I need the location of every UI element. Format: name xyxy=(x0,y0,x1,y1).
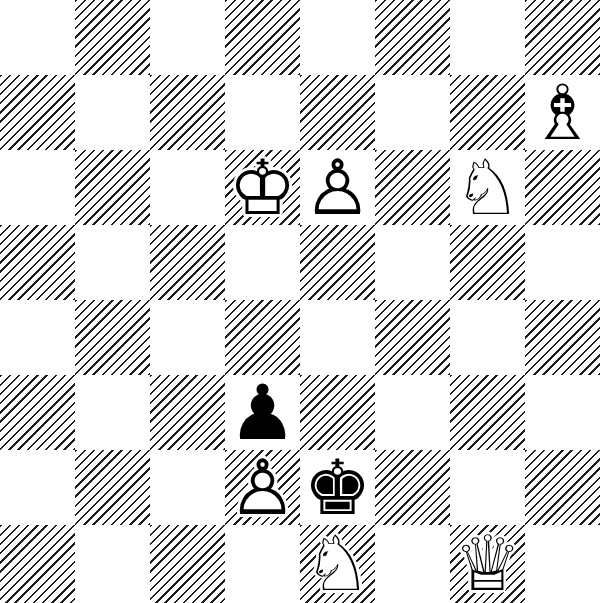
square-f4[interactable] xyxy=(375,300,450,375)
chess-diagram: ♝♗♚♔♟♙♞♘♟♟♟♙♚♚♞♘♛♕ xyxy=(0,0,600,603)
square-a1[interactable] xyxy=(0,525,75,603)
square-c1[interactable] xyxy=(150,525,225,603)
square-h4[interactable] xyxy=(525,300,600,375)
square-f1[interactable] xyxy=(375,525,450,603)
square-b6[interactable] xyxy=(75,150,150,225)
square-e6[interactable]: ♟♙ xyxy=(300,150,375,225)
square-h3[interactable] xyxy=(525,375,600,450)
black-pawn[interactable]: ♟ xyxy=(225,375,300,450)
square-b4[interactable] xyxy=(75,300,150,375)
square-f2[interactable] xyxy=(375,450,450,525)
square-c2[interactable] xyxy=(150,450,225,525)
square-h5[interactable] xyxy=(525,225,600,300)
square-g8[interactable] xyxy=(450,0,525,75)
square-h1[interactable] xyxy=(525,525,600,603)
square-d4[interactable] xyxy=(225,300,300,375)
square-d2[interactable]: ♟♙ xyxy=(225,450,300,525)
white-pawn[interactable]: ♙ xyxy=(300,150,375,225)
square-h2[interactable] xyxy=(525,450,600,525)
square-f8[interactable] xyxy=(375,0,450,75)
square-b1[interactable] xyxy=(75,525,150,603)
white-queen-halo: ♛ xyxy=(450,525,525,603)
white-knight-halo: ♞ xyxy=(300,525,375,603)
white-pawn-halo: ♟ xyxy=(225,450,300,525)
square-a3[interactable] xyxy=(0,375,75,450)
square-b3[interactable] xyxy=(75,375,150,450)
white-pawn-halo: ♟ xyxy=(300,150,375,225)
square-e8[interactable] xyxy=(300,0,375,75)
square-d5[interactable] xyxy=(225,225,300,300)
square-e4[interactable] xyxy=(300,300,375,375)
square-e1[interactable]: ♞♘ xyxy=(300,525,375,603)
chess-board: ♝♗♚♔♟♙♞♘♟♟♟♙♚♚♞♘♛♕ xyxy=(0,0,600,603)
black-king[interactable]: ♚ xyxy=(300,450,375,525)
square-b2[interactable] xyxy=(75,450,150,525)
white-king-halo: ♚ xyxy=(225,150,300,225)
square-c5[interactable] xyxy=(150,225,225,300)
white-knight[interactable]: ♘ xyxy=(300,525,375,603)
square-g1[interactable]: ♛♕ xyxy=(450,525,525,603)
square-f6[interactable] xyxy=(375,150,450,225)
black-pawn-halo: ♟ xyxy=(225,375,300,450)
square-c3[interactable] xyxy=(150,375,225,450)
square-a6[interactable] xyxy=(0,150,75,225)
square-c6[interactable] xyxy=(150,150,225,225)
square-e7[interactable] xyxy=(300,75,375,150)
square-c4[interactable] xyxy=(150,300,225,375)
square-a4[interactable] xyxy=(0,300,75,375)
square-c8[interactable] xyxy=(150,0,225,75)
square-d8[interactable] xyxy=(225,0,300,75)
square-a7[interactable] xyxy=(0,75,75,150)
square-f5[interactable] xyxy=(375,225,450,300)
square-a8[interactable] xyxy=(0,0,75,75)
square-c7[interactable] xyxy=(150,75,225,150)
white-knight[interactable]: ♘ xyxy=(450,150,525,225)
square-a2[interactable] xyxy=(0,450,75,525)
white-king[interactable]: ♔ xyxy=(225,150,300,225)
square-h6[interactable] xyxy=(525,150,600,225)
square-b8[interactable] xyxy=(75,0,150,75)
white-pawn[interactable]: ♙ xyxy=(225,450,300,525)
square-g2[interactable] xyxy=(450,450,525,525)
black-king-halo: ♚ xyxy=(300,450,375,525)
square-h8[interactable] xyxy=(525,0,600,75)
square-f3[interactable] xyxy=(375,375,450,450)
square-d1[interactable] xyxy=(225,525,300,603)
square-b7[interactable] xyxy=(75,75,150,150)
square-f7[interactable] xyxy=(375,75,450,150)
white-queen[interactable]: ♕ xyxy=(450,525,525,603)
square-e2[interactable]: ♚♚ xyxy=(300,450,375,525)
square-b5[interactable] xyxy=(75,225,150,300)
white-bishop[interactable]: ♗ xyxy=(525,75,600,150)
square-g3[interactable] xyxy=(450,375,525,450)
square-g5[interactable] xyxy=(450,225,525,300)
square-g4[interactable] xyxy=(450,300,525,375)
square-e5[interactable] xyxy=(300,225,375,300)
square-g7[interactable] xyxy=(450,75,525,150)
white-bishop-halo: ♝ xyxy=(525,75,600,150)
square-h7[interactable]: ♝♗ xyxy=(525,75,600,150)
square-d7[interactable] xyxy=(225,75,300,150)
square-g6[interactable]: ♞♘ xyxy=(450,150,525,225)
square-d6[interactable]: ♚♔ xyxy=(225,150,300,225)
square-d3[interactable]: ♟♟ xyxy=(225,375,300,450)
white-knight-halo: ♞ xyxy=(450,150,525,225)
square-a5[interactable] xyxy=(0,225,75,300)
square-e3[interactable] xyxy=(300,375,375,450)
